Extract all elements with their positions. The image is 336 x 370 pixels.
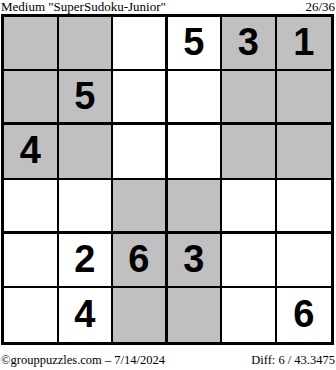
cell-r3c1[interactable]: 4 bbox=[4, 125, 59, 179]
cell-r2c2[interactable]: 5 bbox=[59, 71, 114, 125]
sudoku-grid: 5315426346 bbox=[1, 14, 334, 345]
cell-r5c4[interactable]: 3 bbox=[168, 234, 223, 288]
cell-r3c5[interactable] bbox=[222, 125, 277, 179]
cell-r4c2[interactable] bbox=[59, 180, 114, 234]
cell-r2c1[interactable] bbox=[4, 71, 59, 125]
cell-r4c4[interactable] bbox=[168, 180, 223, 234]
cell-r1c2[interactable] bbox=[59, 17, 114, 71]
cell-r4c5[interactable] bbox=[222, 180, 277, 234]
given-digit: 2 bbox=[74, 240, 95, 278]
cell-r4c3[interactable] bbox=[113, 180, 168, 234]
cell-r1c6[interactable]: 1 bbox=[277, 17, 332, 71]
cell-r1c5[interactable]: 3 bbox=[222, 17, 277, 71]
cell-r3c4[interactable] bbox=[168, 125, 223, 179]
difficulty-text: Diff: 6 / 43.3475 bbox=[251, 353, 335, 367]
given-digit: 6 bbox=[128, 240, 149, 278]
cell-r1c1[interactable] bbox=[4, 17, 59, 71]
cell-r2c6[interactable] bbox=[277, 71, 332, 125]
cell-r6c5[interactable] bbox=[222, 288, 277, 342]
cell-r5c5[interactable] bbox=[222, 234, 277, 288]
cell-r6c6[interactable]: 6 bbox=[277, 288, 332, 342]
copyright-text: ©grouppuzzles.com – 7/14/2024 bbox=[1, 353, 165, 367]
puzzle-index: 26/36 bbox=[305, 0, 335, 14]
puzzle-title: Medium "SuperSudoku-Junior" bbox=[1, 0, 166, 14]
cell-r3c3[interactable] bbox=[113, 125, 168, 179]
cell-r6c3[interactable] bbox=[113, 288, 168, 342]
given-digit: 4 bbox=[20, 131, 41, 169]
cell-r5c6[interactable] bbox=[277, 234, 332, 288]
given-digit: 3 bbox=[238, 23, 259, 61]
footer: ©grouppuzzles.com – 7/14/2024 Diff: 6 / … bbox=[1, 353, 335, 367]
given-digit: 3 bbox=[183, 240, 204, 278]
header: Medium "SuperSudoku-Junior" 26/36 bbox=[1, 0, 335, 14]
given-digit: 5 bbox=[74, 77, 95, 115]
cell-r5c3[interactable]: 6 bbox=[113, 234, 168, 288]
given-digit: 4 bbox=[74, 295, 95, 333]
cell-r6c4[interactable] bbox=[168, 288, 223, 342]
given-digit: 1 bbox=[293, 23, 314, 61]
cell-r3c2[interactable] bbox=[59, 125, 114, 179]
cell-r2c5[interactable] bbox=[222, 71, 277, 125]
cell-r3c6[interactable] bbox=[277, 125, 332, 179]
cell-r6c2[interactable]: 4 bbox=[59, 288, 114, 342]
cell-r2c3[interactable] bbox=[113, 71, 168, 125]
given-digit: 5 bbox=[183, 23, 204, 61]
cell-r4c6[interactable] bbox=[277, 180, 332, 234]
cell-r5c2[interactable]: 2 bbox=[59, 234, 114, 288]
cell-r4c1[interactable] bbox=[4, 180, 59, 234]
given-digit: 6 bbox=[293, 295, 314, 333]
cell-r6c1[interactable] bbox=[4, 288, 59, 342]
cell-r1c4[interactable]: 5 bbox=[168, 17, 223, 71]
cell-r1c3[interactable] bbox=[113, 17, 168, 71]
cell-r5c1[interactable] bbox=[4, 234, 59, 288]
cell-r2c4[interactable] bbox=[168, 71, 223, 125]
